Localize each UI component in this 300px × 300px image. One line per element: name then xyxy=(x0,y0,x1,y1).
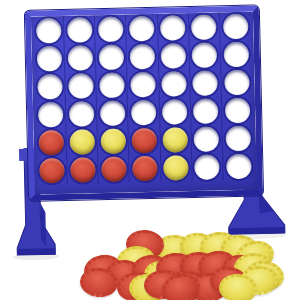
photo-stage xyxy=(0,0,300,300)
loose-disc-pile xyxy=(0,0,300,300)
